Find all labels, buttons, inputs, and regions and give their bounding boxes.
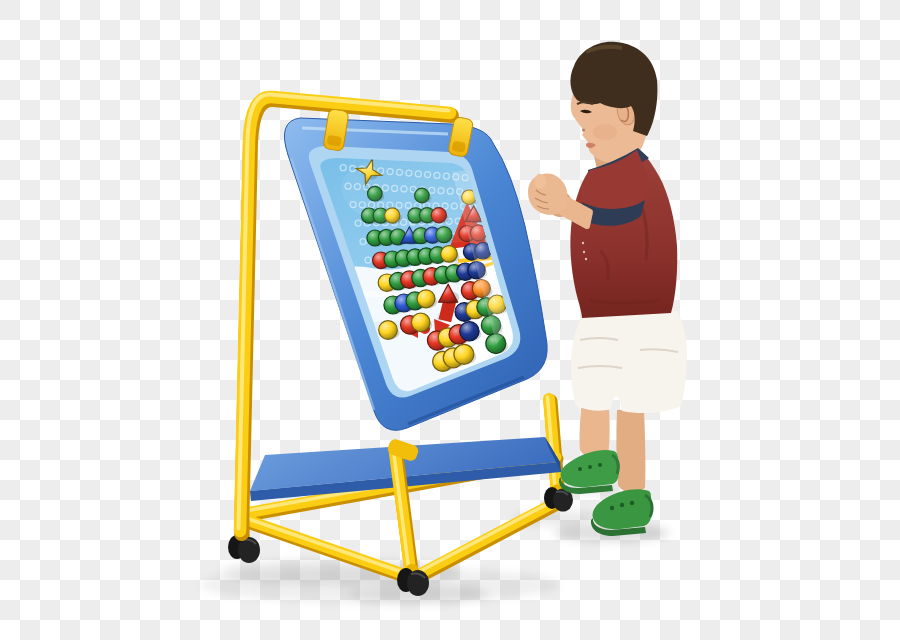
peg-yellow-round-peg-c7r4	[441, 246, 458, 263]
peg-yellow-round-peg-c6r9	[454, 344, 474, 364]
peg-navy-round-peg-c7r8	[460, 322, 479, 341]
scene-svg	[0, 0, 900, 640]
child-nostril	[582, 129, 585, 132]
child-fist	[528, 174, 568, 215]
peg-board	[284, 118, 548, 430]
peg-yellow-round-peg-c0r7	[379, 321, 398, 340]
child-shorts	[571, 311, 687, 413]
child-far-leg	[616, 409, 645, 493]
easel-base-tube-front-right	[411, 500, 557, 580]
child-near-leg	[580, 408, 610, 457]
transparency-checkerboard	[0, 0, 900, 640]
peg-yellow-round-peg-c3r7	[411, 313, 430, 332]
child-cheek-shading	[593, 124, 617, 140]
floor-shadows	[200, 484, 670, 604]
child-croc-upper	[559, 450, 619, 494]
peg-yellow-round-peg-c4r6	[417, 290, 435, 308]
